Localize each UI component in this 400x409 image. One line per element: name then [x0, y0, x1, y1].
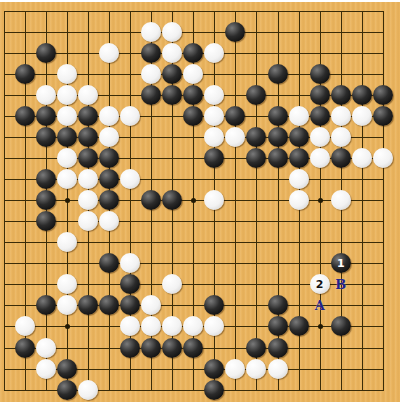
- black-stone[interactable]: [373, 85, 393, 105]
- white-stone[interactable]: [289, 190, 309, 210]
- black-stone[interactable]: [99, 148, 119, 168]
- white-stone[interactable]: [225, 359, 245, 379]
- board-letter-b[interactable]: B: [335, 277, 346, 292]
- black-stone[interactable]: [162, 338, 182, 358]
- black-stone[interactable]: [99, 169, 119, 189]
- white-stone[interactable]: [225, 127, 245, 147]
- black-stone[interactable]: [204, 359, 224, 379]
- black-stone[interactable]: [99, 295, 119, 315]
- black-stone[interactable]: [268, 106, 288, 126]
- black-stone[interactable]: [331, 85, 351, 105]
- black-stone[interactable]: [268, 127, 288, 147]
- black-stone[interactable]: [246, 127, 266, 147]
- black-stone[interactable]: [246, 148, 266, 168]
- black-stone-numbered[interactable]: 1: [331, 253, 351, 273]
- white-stone[interactable]: [99, 127, 119, 147]
- white-stone[interactable]: [57, 106, 77, 126]
- white-stone[interactable]: [99, 43, 119, 63]
- white-stone[interactable]: [57, 274, 77, 294]
- black-stone[interactable]: [162, 190, 182, 210]
- white-stone[interactable]: [289, 169, 309, 189]
- white-stone[interactable]: [78, 190, 98, 210]
- black-stone[interactable]: [78, 295, 98, 315]
- black-stone[interactable]: [268, 316, 288, 336]
- white-stone[interactable]: [204, 85, 224, 105]
- white-stone[interactable]: [78, 85, 98, 105]
- black-stone[interactable]: [289, 148, 309, 168]
- white-stone[interactable]: [331, 106, 351, 126]
- white-stone[interactable]: [331, 190, 351, 210]
- white-stone[interactable]: [183, 64, 203, 84]
- white-stone[interactable]: [36, 338, 56, 358]
- white-stone[interactable]: [57, 232, 77, 252]
- black-stone[interactable]: [57, 359, 77, 379]
- black-stone[interactable]: [99, 253, 119, 273]
- white-stone[interactable]: [331, 127, 351, 147]
- white-stone[interactable]: [268, 359, 288, 379]
- white-stone[interactable]: [352, 148, 372, 168]
- white-stone[interactable]: [120, 106, 140, 126]
- black-stone[interactable]: [310, 85, 330, 105]
- black-stone[interactable]: [204, 148, 224, 168]
- white-stone[interactable]: [120, 316, 140, 336]
- black-stone[interactable]: [120, 338, 140, 358]
- black-stone[interactable]: [78, 148, 98, 168]
- grid-vline: [383, 11, 384, 390]
- white-stone[interactable]: [99, 211, 119, 231]
- black-stone[interactable]: [36, 190, 56, 210]
- black-stone[interactable]: [268, 295, 288, 315]
- white-stone[interactable]: [57, 85, 77, 105]
- grid-hline: [4, 263, 384, 264]
- white-stone[interactable]: [78, 169, 98, 189]
- black-stone[interactable]: [57, 380, 77, 400]
- black-stone[interactable]: [331, 148, 351, 168]
- black-stone[interactable]: [183, 43, 203, 63]
- white-stone[interactable]: [162, 43, 182, 63]
- white-stone[interactable]: [78, 211, 98, 231]
- white-stone[interactable]: [352, 106, 372, 126]
- black-stone[interactable]: [352, 85, 372, 105]
- black-stone[interactable]: [310, 64, 330, 84]
- black-stone[interactable]: [141, 43, 161, 63]
- white-stone[interactable]: [162, 316, 182, 336]
- black-stone[interactable]: [246, 338, 266, 358]
- white-stone[interactable]: [78, 380, 98, 400]
- white-stone[interactable]: [183, 316, 203, 336]
- black-stone[interactable]: [36, 211, 56, 231]
- black-stone[interactable]: [246, 85, 266, 105]
- black-stone[interactable]: [204, 380, 224, 400]
- hoshi-dot: [318, 324, 323, 329]
- black-stone[interactable]: [15, 106, 35, 126]
- white-stone[interactable]: [204, 106, 224, 126]
- white-stone[interactable]: [373, 148, 393, 168]
- black-stone[interactable]: [289, 316, 309, 336]
- black-stone[interactable]: [36, 106, 56, 126]
- white-stone[interactable]: [141, 316, 161, 336]
- white-stone[interactable]: [36, 85, 56, 105]
- hoshi-dot: [65, 324, 70, 329]
- board-letter-a[interactable]: A: [315, 298, 325, 313]
- white-stone[interactable]: [310, 148, 330, 168]
- white-stone[interactable]: [120, 169, 140, 189]
- white-stone[interactable]: [141, 64, 161, 84]
- grid-vline: [235, 11, 236, 390]
- black-stone[interactable]: [36, 169, 56, 189]
- white-stone[interactable]: [204, 43, 224, 63]
- black-stone[interactable]: [268, 64, 288, 84]
- white-stone[interactable]: [57, 169, 77, 189]
- white-stone[interactable]: [204, 190, 224, 210]
- white-stone[interactable]: [120, 253, 140, 273]
- black-stone[interactable]: [36, 127, 56, 147]
- black-stone[interactable]: [15, 64, 35, 84]
- black-stone[interactable]: [15, 338, 35, 358]
- black-stone[interactable]: [141, 190, 161, 210]
- black-stone[interactable]: [141, 85, 161, 105]
- white-stone[interactable]: [57, 295, 77, 315]
- grid-vline: [362, 11, 363, 390]
- black-stone[interactable]: [36, 43, 56, 63]
- black-stone[interactable]: [78, 127, 98, 147]
- black-stone[interactable]: [225, 22, 245, 42]
- white-stone[interactable]: [36, 359, 56, 379]
- go-board[interactable]: 12 BA: [0, 2, 400, 402]
- black-stone[interactable]: [310, 106, 330, 126]
- black-stone[interactable]: [289, 127, 309, 147]
- white-stone[interactable]: [141, 295, 161, 315]
- white-stone[interactable]: [141, 22, 161, 42]
- white-stone[interactable]: [289, 106, 309, 126]
- black-stone[interactable]: [99, 190, 119, 210]
- black-stone[interactable]: [36, 295, 56, 315]
- black-stone[interactable]: [204, 295, 224, 315]
- hoshi-dot: [65, 198, 70, 203]
- white-stone[interactable]: [57, 148, 77, 168]
- black-stone[interactable]: [268, 148, 288, 168]
- white-stone[interactable]: [204, 316, 224, 336]
- black-stone[interactable]: [183, 338, 203, 358]
- black-stone[interactable]: [331, 316, 351, 336]
- white-stone[interactable]: [162, 22, 182, 42]
- hoshi-dot: [318, 198, 323, 203]
- black-stone[interactable]: [162, 64, 182, 84]
- white-stone[interactable]: [310, 127, 330, 147]
- black-stone[interactable]: [183, 106, 203, 126]
- white-stone[interactable]: [246, 359, 266, 379]
- grid-hline: [4, 221, 384, 222]
- grid-vline: [256, 11, 257, 390]
- black-stone[interactable]: [120, 274, 140, 294]
- white-stone[interactable]: [162, 274, 182, 294]
- white-stone[interactable]: [57, 64, 77, 84]
- black-stone[interactable]: [120, 295, 140, 315]
- black-stone[interactable]: [183, 85, 203, 105]
- white-stone-numbered[interactable]: 2: [310, 274, 330, 294]
- black-stone[interactable]: [162, 85, 182, 105]
- hoshi-dot: [191, 198, 196, 203]
- black-stone[interactable]: [225, 106, 245, 126]
- white-stone[interactable]: [99, 106, 119, 126]
- black-stone[interactable]: [373, 106, 393, 126]
- black-stone[interactable]: [78, 106, 98, 126]
- black-stone[interactable]: [57, 127, 77, 147]
- white-stone[interactable]: [204, 127, 224, 147]
- black-stone[interactable]: [268, 338, 288, 358]
- black-stone[interactable]: [141, 338, 161, 358]
- white-stone[interactable]: [15, 316, 35, 336]
